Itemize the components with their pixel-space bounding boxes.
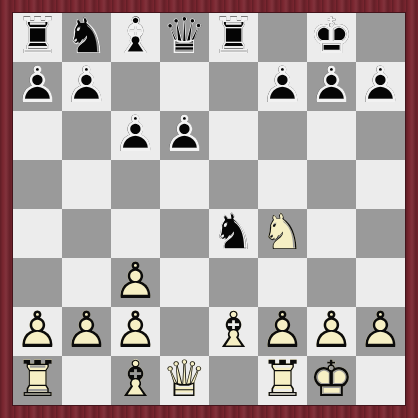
white-pawn-icon: ♟ xyxy=(258,307,307,356)
square-g3[interactable] xyxy=(307,258,356,307)
black-pawn-detail-icon: ♙ xyxy=(62,62,111,111)
square-d3[interactable] xyxy=(160,258,209,307)
square-g4[interactable] xyxy=(307,209,356,258)
white-bishop-piece[interactable]: ♝♗ xyxy=(111,356,160,405)
square-g1[interactable]: ♚♔ xyxy=(307,356,356,405)
white-pawn-icon: ♟ xyxy=(307,307,356,356)
white-pawn-icon: ♟ xyxy=(111,258,160,307)
black-pawn-piece[interactable]: ♟♙ xyxy=(160,111,209,160)
square-f6[interactable] xyxy=(258,111,307,160)
white-pawn-piece[interactable]: ♟♙ xyxy=(111,258,160,307)
square-b8[interactable]: ♞♘ xyxy=(62,13,111,62)
square-h8[interactable] xyxy=(356,13,405,62)
square-d7[interactable] xyxy=(160,62,209,111)
black-king-piece[interactable]: ♚♔ xyxy=(307,13,356,62)
white-pawn-piece[interactable]: ♟♙ xyxy=(356,307,405,356)
square-f8[interactable] xyxy=(258,13,307,62)
square-g8[interactable]: ♚♔ xyxy=(307,13,356,62)
square-f5[interactable] xyxy=(258,160,307,209)
black-rook-piece[interactable]: ♜♖ xyxy=(13,13,62,62)
white-bishop-icon: ♝ xyxy=(209,307,258,356)
black-pawn-detail-icon: ♙ xyxy=(160,111,209,160)
square-a8[interactable]: ♜♖ xyxy=(13,13,62,62)
square-h6[interactable] xyxy=(356,111,405,160)
square-g5[interactable] xyxy=(307,160,356,209)
black-knight-icon: ♞ xyxy=(209,209,258,258)
square-c6[interactable]: ♟♙ xyxy=(111,111,160,160)
square-c5[interactable] xyxy=(111,160,160,209)
square-a2[interactable]: ♟♙ xyxy=(13,307,62,356)
square-b5[interactable] xyxy=(62,160,111,209)
square-h4[interactable] xyxy=(356,209,405,258)
white-bishop-piece[interactable]: ♝♗ xyxy=(209,307,258,356)
chess-board: ♜♖♞♘♝♗♛♕♜♖♚♔♟♙♟♙♟♙♟♙♟♙♟♙♟♙♞♘♞♘♟♙♟♙♟♙♟♙♝♗… xyxy=(13,13,405,405)
square-b1[interactable] xyxy=(62,356,111,405)
black-pawn-detail-icon: ♙ xyxy=(307,62,356,111)
black-pawn-icon: ♟ xyxy=(258,62,307,111)
square-a1[interactable]: ♜♖ xyxy=(13,356,62,405)
white-pawn-piece[interactable]: ♟♙ xyxy=(62,307,111,356)
square-c8[interactable]: ♝♗ xyxy=(111,13,160,62)
white-king-piece[interactable]: ♚♔ xyxy=(307,356,356,405)
square-e6[interactable] xyxy=(209,111,258,160)
white-pawn-piece[interactable]: ♟♙ xyxy=(258,307,307,356)
square-e1[interactable] xyxy=(209,356,258,405)
black-pawn-detail-icon: ♙ xyxy=(111,111,160,160)
square-a5[interactable] xyxy=(13,160,62,209)
black-pawn-icon: ♟ xyxy=(307,62,356,111)
black-rook-piece[interactable]: ♜♖ xyxy=(209,13,258,62)
square-g2[interactable]: ♟♙ xyxy=(307,307,356,356)
square-e7[interactable] xyxy=(209,62,258,111)
square-b7[interactable]: ♟♙ xyxy=(62,62,111,111)
black-pawn-piece[interactable]: ♟♙ xyxy=(356,62,405,111)
square-d4[interactable] xyxy=(160,209,209,258)
white-pawn-detail-icon: ♙ xyxy=(111,307,160,356)
square-h2[interactable]: ♟♙ xyxy=(356,307,405,356)
white-rook-icon: ♜ xyxy=(13,356,62,405)
square-h3[interactable] xyxy=(356,258,405,307)
square-h1[interactable] xyxy=(356,356,405,405)
black-pawn-piece[interactable]: ♟♙ xyxy=(258,62,307,111)
square-f3[interactable] xyxy=(258,258,307,307)
square-c1[interactable]: ♝♗ xyxy=(111,356,160,405)
square-b6[interactable] xyxy=(62,111,111,160)
square-a3[interactable] xyxy=(13,258,62,307)
white-pawn-piece[interactable]: ♟♙ xyxy=(111,307,160,356)
square-a6[interactable] xyxy=(13,111,62,160)
black-bishop-piece[interactable]: ♝♗ xyxy=(111,13,160,62)
square-f7[interactable]: ♟♙ xyxy=(258,62,307,111)
white-pawn-icon: ♟ xyxy=(111,307,160,356)
black-rook-detail-icon: ♖ xyxy=(209,13,258,62)
board-frame: ♜♖♞♘♝♗♛♕♜♖♚♔♟♙♟♙♟♙♟♙♟♙♟♙♟♙♞♘♞♘♟♙♟♙♟♙♟♙♝♗… xyxy=(0,0,418,418)
white-knight-piece[interactable]: ♞♘ xyxy=(258,209,307,258)
square-d5[interactable] xyxy=(160,160,209,209)
white-king-detail-icon: ♔ xyxy=(307,356,356,405)
white-pawn-detail-icon: ♙ xyxy=(356,307,405,356)
white-pawn-piece[interactable]: ♟♙ xyxy=(13,307,62,356)
white-knight-icon: ♞ xyxy=(258,209,307,258)
square-d2[interactable] xyxy=(160,307,209,356)
white-rook-piece[interactable]: ♜♖ xyxy=(13,356,62,405)
square-f2[interactable]: ♟♙ xyxy=(258,307,307,356)
black-pawn-piece[interactable]: ♟♙ xyxy=(62,62,111,111)
black-knight-detail-icon: ♘ xyxy=(62,13,111,62)
white-pawn-detail-icon: ♙ xyxy=(307,307,356,356)
black-pawn-icon: ♟ xyxy=(356,62,405,111)
square-b2[interactable]: ♟♙ xyxy=(62,307,111,356)
black-pawn-detail-icon: ♙ xyxy=(356,62,405,111)
black-rook-icon: ♜ xyxy=(13,13,62,62)
black-queen-detail-icon: ♕ xyxy=(160,13,209,62)
black-pawn-icon: ♟ xyxy=(13,62,62,111)
square-g7[interactable]: ♟♙ xyxy=(307,62,356,111)
square-b3[interactable] xyxy=(62,258,111,307)
square-e2[interactable]: ♝♗ xyxy=(209,307,258,356)
black-queen-piece[interactable]: ♛♕ xyxy=(160,13,209,62)
square-d8[interactable]: ♛♕ xyxy=(160,13,209,62)
black-rook-icon: ♜ xyxy=(209,13,258,62)
square-c3[interactable]: ♟♙ xyxy=(111,258,160,307)
white-queen-piece[interactable]: ♛♕ xyxy=(160,356,209,405)
square-e8[interactable]: ♜♖ xyxy=(209,13,258,62)
square-d1[interactable]: ♛♕ xyxy=(160,356,209,405)
black-king-detail-icon: ♔ xyxy=(307,13,356,62)
black-pawn-icon: ♟ xyxy=(62,62,111,111)
black-queen-icon: ♛ xyxy=(160,13,209,62)
white-rook-detail-icon: ♖ xyxy=(13,356,62,405)
square-a4[interactable] xyxy=(13,209,62,258)
square-c7[interactable] xyxy=(111,62,160,111)
black-pawn-detail-icon: ♙ xyxy=(13,62,62,111)
white-pawn-detail-icon: ♙ xyxy=(13,307,62,356)
square-h7[interactable]: ♟♙ xyxy=(356,62,405,111)
square-b4[interactable] xyxy=(62,209,111,258)
square-a7[interactable]: ♟♙ xyxy=(13,62,62,111)
white-rook-icon: ♜ xyxy=(258,356,307,405)
square-e5[interactable] xyxy=(209,160,258,209)
square-g6[interactable] xyxy=(307,111,356,160)
black-king-icon: ♚ xyxy=(307,13,356,62)
square-e3[interactable] xyxy=(209,258,258,307)
black-knight-piece[interactable]: ♞♘ xyxy=(209,209,258,258)
white-bishop-detail-icon: ♗ xyxy=(111,356,160,405)
white-pawn-icon: ♟ xyxy=(356,307,405,356)
white-pawn-icon: ♟ xyxy=(62,307,111,356)
square-f4[interactable]: ♞♘ xyxy=(258,209,307,258)
black-pawn-piece[interactable]: ♟♙ xyxy=(307,62,356,111)
white-queen-icon: ♛ xyxy=(160,356,209,405)
square-e4[interactable]: ♞♘ xyxy=(209,209,258,258)
black-pawn-detail-icon: ♙ xyxy=(258,62,307,111)
white-rook-piece[interactable]: ♜♖ xyxy=(258,356,307,405)
square-c2[interactable]: ♟♙ xyxy=(111,307,160,356)
black-knight-detail-icon: ♘ xyxy=(209,209,258,258)
square-d6[interactable]: ♟♙ xyxy=(160,111,209,160)
black-knight-icon: ♞ xyxy=(62,13,111,62)
square-h5[interactable] xyxy=(356,160,405,209)
black-bishop-icon: ♝ xyxy=(111,13,160,62)
white-rook-detail-icon: ♖ xyxy=(258,356,307,405)
white-king-icon: ♚ xyxy=(307,356,356,405)
black-bishop-detail-icon: ♗ xyxy=(111,13,160,62)
white-bishop-icon: ♝ xyxy=(111,356,160,405)
white-pawn-detail-icon: ♙ xyxy=(258,307,307,356)
black-rook-detail-icon: ♖ xyxy=(13,13,62,62)
white-knight-detail-icon: ♘ xyxy=(258,209,307,258)
white-pawn-detail-icon: ♙ xyxy=(111,258,160,307)
square-f1[interactable]: ♜♖ xyxy=(258,356,307,405)
white-pawn-piece[interactable]: ♟♙ xyxy=(307,307,356,356)
black-knight-piece[interactable]: ♞♘ xyxy=(62,13,111,62)
white-bishop-detail-icon: ♗ xyxy=(209,307,258,356)
black-pawn-piece[interactable]: ♟♙ xyxy=(111,111,160,160)
white-queen-detail-icon: ♕ xyxy=(160,356,209,405)
black-pawn-icon: ♟ xyxy=(160,111,209,160)
black-pawn-icon: ♟ xyxy=(111,111,160,160)
square-c4[interactable] xyxy=(111,209,160,258)
black-pawn-piece[interactable]: ♟♙ xyxy=(13,62,62,111)
white-pawn-detail-icon: ♙ xyxy=(62,307,111,356)
white-pawn-icon: ♟ xyxy=(13,307,62,356)
